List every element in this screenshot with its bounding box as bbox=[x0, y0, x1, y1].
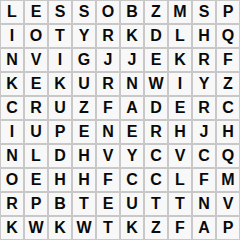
grid-cell-r3c4[interactable]: G bbox=[72, 48, 96, 72]
grid-cell-r5c8[interactable]: E bbox=[168, 96, 192, 120]
grid-cell-r3c9[interactable]: R bbox=[192, 48, 216, 72]
grid-cell-r5c3[interactable]: U bbox=[48, 96, 72, 120]
grid-cell-r10c8[interactable]: F bbox=[168, 216, 192, 240]
grid-cell-r2c5[interactable]: R bbox=[96, 24, 120, 48]
grid-cell-r8c2[interactable]: E bbox=[24, 168, 48, 192]
grid-cell-r7c7[interactable]: C bbox=[144, 144, 168, 168]
grid-cell-r7c10[interactable]: Q bbox=[216, 144, 240, 168]
grid-cell-r6c9[interactable]: J bbox=[192, 120, 216, 144]
grid-cell-r5c10[interactable]: C bbox=[216, 96, 240, 120]
grid-cell-r4c10[interactable]: Z bbox=[216, 72, 240, 96]
grid-cell-r2c9[interactable]: H bbox=[192, 24, 216, 48]
grid-cell-r5c6[interactable]: A bbox=[120, 96, 144, 120]
grid-cell-r6c1[interactable]: I bbox=[0, 120, 24, 144]
grid-cell-r9c7[interactable]: T bbox=[144, 192, 168, 216]
grid-cell-r9c4[interactable]: T bbox=[72, 192, 96, 216]
grid-cell-r6c8[interactable]: H bbox=[168, 120, 192, 144]
grid-cell-r4c6[interactable]: N bbox=[120, 72, 144, 96]
grid-cell-r2c6[interactable]: K bbox=[120, 24, 144, 48]
grid-cell-r4c9[interactable]: Y bbox=[192, 72, 216, 96]
grid-cell-r8c1[interactable]: O bbox=[0, 168, 24, 192]
grid-cell-r10c6[interactable]: K bbox=[120, 216, 144, 240]
grid-cell-r9c8[interactable]: T bbox=[168, 192, 192, 216]
grid-cell-r7c2[interactable]: L bbox=[24, 144, 48, 168]
grid-cell-r8c3[interactable]: H bbox=[48, 168, 72, 192]
grid-cell-r5c2[interactable]: R bbox=[24, 96, 48, 120]
grid-cell-r1c9[interactable]: S bbox=[192, 0, 216, 24]
grid-cell-r9c6[interactable]: U bbox=[120, 192, 144, 216]
grid-cell-r9c10[interactable]: V bbox=[216, 192, 240, 216]
grid-cell-r6c2[interactable]: U bbox=[24, 120, 48, 144]
word-search-grid: LESSOBZMSPIOTYRKDLHQNVIGJJEKRFKEKURNWIYZ… bbox=[0, 0, 240, 240]
grid-cell-r7c6[interactable]: Y bbox=[120, 144, 144, 168]
grid-cell-r2c1[interactable]: I bbox=[0, 24, 24, 48]
grid-cell-r1c8[interactable]: M bbox=[168, 0, 192, 24]
grid-cell-r9c5[interactable]: E bbox=[96, 192, 120, 216]
grid-cell-r10c5[interactable]: T bbox=[96, 216, 120, 240]
grid-cell-r5c4[interactable]: Z bbox=[72, 96, 96, 120]
grid-cell-r4c5[interactable]: R bbox=[96, 72, 120, 96]
grid-cell-r1c5[interactable]: O bbox=[96, 0, 120, 24]
grid-cell-r5c9[interactable]: R bbox=[192, 96, 216, 120]
grid-cell-r9c9[interactable]: N bbox=[192, 192, 216, 216]
grid-cell-r8c8[interactable]: L bbox=[168, 168, 192, 192]
grid-cell-r3c7[interactable]: E bbox=[144, 48, 168, 72]
grid-cell-r8c9[interactable]: F bbox=[192, 168, 216, 192]
grid-cell-r6c6[interactable]: E bbox=[120, 120, 144, 144]
grid-cell-r6c10[interactable]: H bbox=[216, 120, 240, 144]
grid-cell-r9c3[interactable]: B bbox=[48, 192, 72, 216]
grid-cell-r1c1[interactable]: L bbox=[0, 0, 24, 24]
grid-cell-r4c4[interactable]: U bbox=[72, 72, 96, 96]
grid-cell-r3c8[interactable]: K bbox=[168, 48, 192, 72]
grid-cell-r7c5[interactable]: V bbox=[96, 144, 120, 168]
grid-cell-r5c7[interactable]: D bbox=[144, 96, 168, 120]
grid-cell-r2c2[interactable]: O bbox=[24, 24, 48, 48]
grid-cell-r2c8[interactable]: L bbox=[168, 24, 192, 48]
grid-cell-r4c1[interactable]: K bbox=[0, 72, 24, 96]
grid-cell-r8c4[interactable]: H bbox=[72, 168, 96, 192]
grid-cell-r2c7[interactable]: D bbox=[144, 24, 168, 48]
grid-cell-r6c7[interactable]: R bbox=[144, 120, 168, 144]
grid-cell-r3c6[interactable]: J bbox=[120, 48, 144, 72]
grid-cell-r1c7[interactable]: Z bbox=[144, 0, 168, 24]
grid-cell-r10c1[interactable]: K bbox=[0, 216, 24, 240]
grid-cell-r1c6[interactable]: B bbox=[120, 0, 144, 24]
grid-cell-r8c10[interactable]: M bbox=[216, 168, 240, 192]
grid-cell-r3c1[interactable]: N bbox=[0, 48, 24, 72]
grid-cell-r8c6[interactable]: C bbox=[120, 168, 144, 192]
grid-cell-r9c2[interactable]: P bbox=[24, 192, 48, 216]
grid-cell-r6c5[interactable]: N bbox=[96, 120, 120, 144]
grid-cell-r5c5[interactable]: F bbox=[96, 96, 120, 120]
grid-cell-r6c3[interactable]: P bbox=[48, 120, 72, 144]
grid-cell-r1c2[interactable]: E bbox=[24, 0, 48, 24]
grid-cell-r4c2[interactable]: E bbox=[24, 72, 48, 96]
grid-cell-r3c3[interactable]: I bbox=[48, 48, 72, 72]
grid-cell-r4c7[interactable]: W bbox=[144, 72, 168, 96]
grid-cell-r2c3[interactable]: T bbox=[48, 24, 72, 48]
grid-cell-r7c1[interactable]: N bbox=[0, 144, 24, 168]
grid-cell-r1c10[interactable]: P bbox=[216, 0, 240, 24]
grid-cell-r5c1[interactable]: C bbox=[0, 96, 24, 120]
grid-cell-r2c4[interactable]: Y bbox=[72, 24, 96, 48]
grid-cell-r3c5[interactable]: J bbox=[96, 48, 120, 72]
grid-cell-r10c3[interactable]: K bbox=[48, 216, 72, 240]
grid-cell-r3c10[interactable]: F bbox=[216, 48, 240, 72]
grid-cell-r10c2[interactable]: W bbox=[24, 216, 48, 240]
grid-cell-r7c4[interactable]: H bbox=[72, 144, 96, 168]
grid-cell-r6c4[interactable]: E bbox=[72, 120, 96, 144]
grid-cell-r8c7[interactable]: C bbox=[144, 168, 168, 192]
grid-cell-r4c8[interactable]: I bbox=[168, 72, 192, 96]
grid-cell-r2c10[interactable]: Q bbox=[216, 24, 240, 48]
grid-cell-r3c2[interactable]: V bbox=[24, 48, 48, 72]
grid-cell-r7c3[interactable]: D bbox=[48, 144, 72, 168]
grid-cell-r10c9[interactable]: A bbox=[192, 216, 216, 240]
grid-cell-r4c3[interactable]: K bbox=[48, 72, 72, 96]
grid-cell-r8c5[interactable]: F bbox=[96, 168, 120, 192]
grid-cell-r9c1[interactable]: R bbox=[0, 192, 24, 216]
grid-cell-r1c4[interactable]: S bbox=[72, 0, 96, 24]
grid-cell-r10c10[interactable]: P bbox=[216, 216, 240, 240]
grid-cell-r7c9[interactable]: C bbox=[192, 144, 216, 168]
grid-cell-r10c4[interactable]: W bbox=[72, 216, 96, 240]
grid-cell-r1c3[interactable]: S bbox=[48, 0, 72, 24]
grid-cell-r10c7[interactable]: Z bbox=[144, 216, 168, 240]
grid-cell-r7c8[interactable]: V bbox=[168, 144, 192, 168]
